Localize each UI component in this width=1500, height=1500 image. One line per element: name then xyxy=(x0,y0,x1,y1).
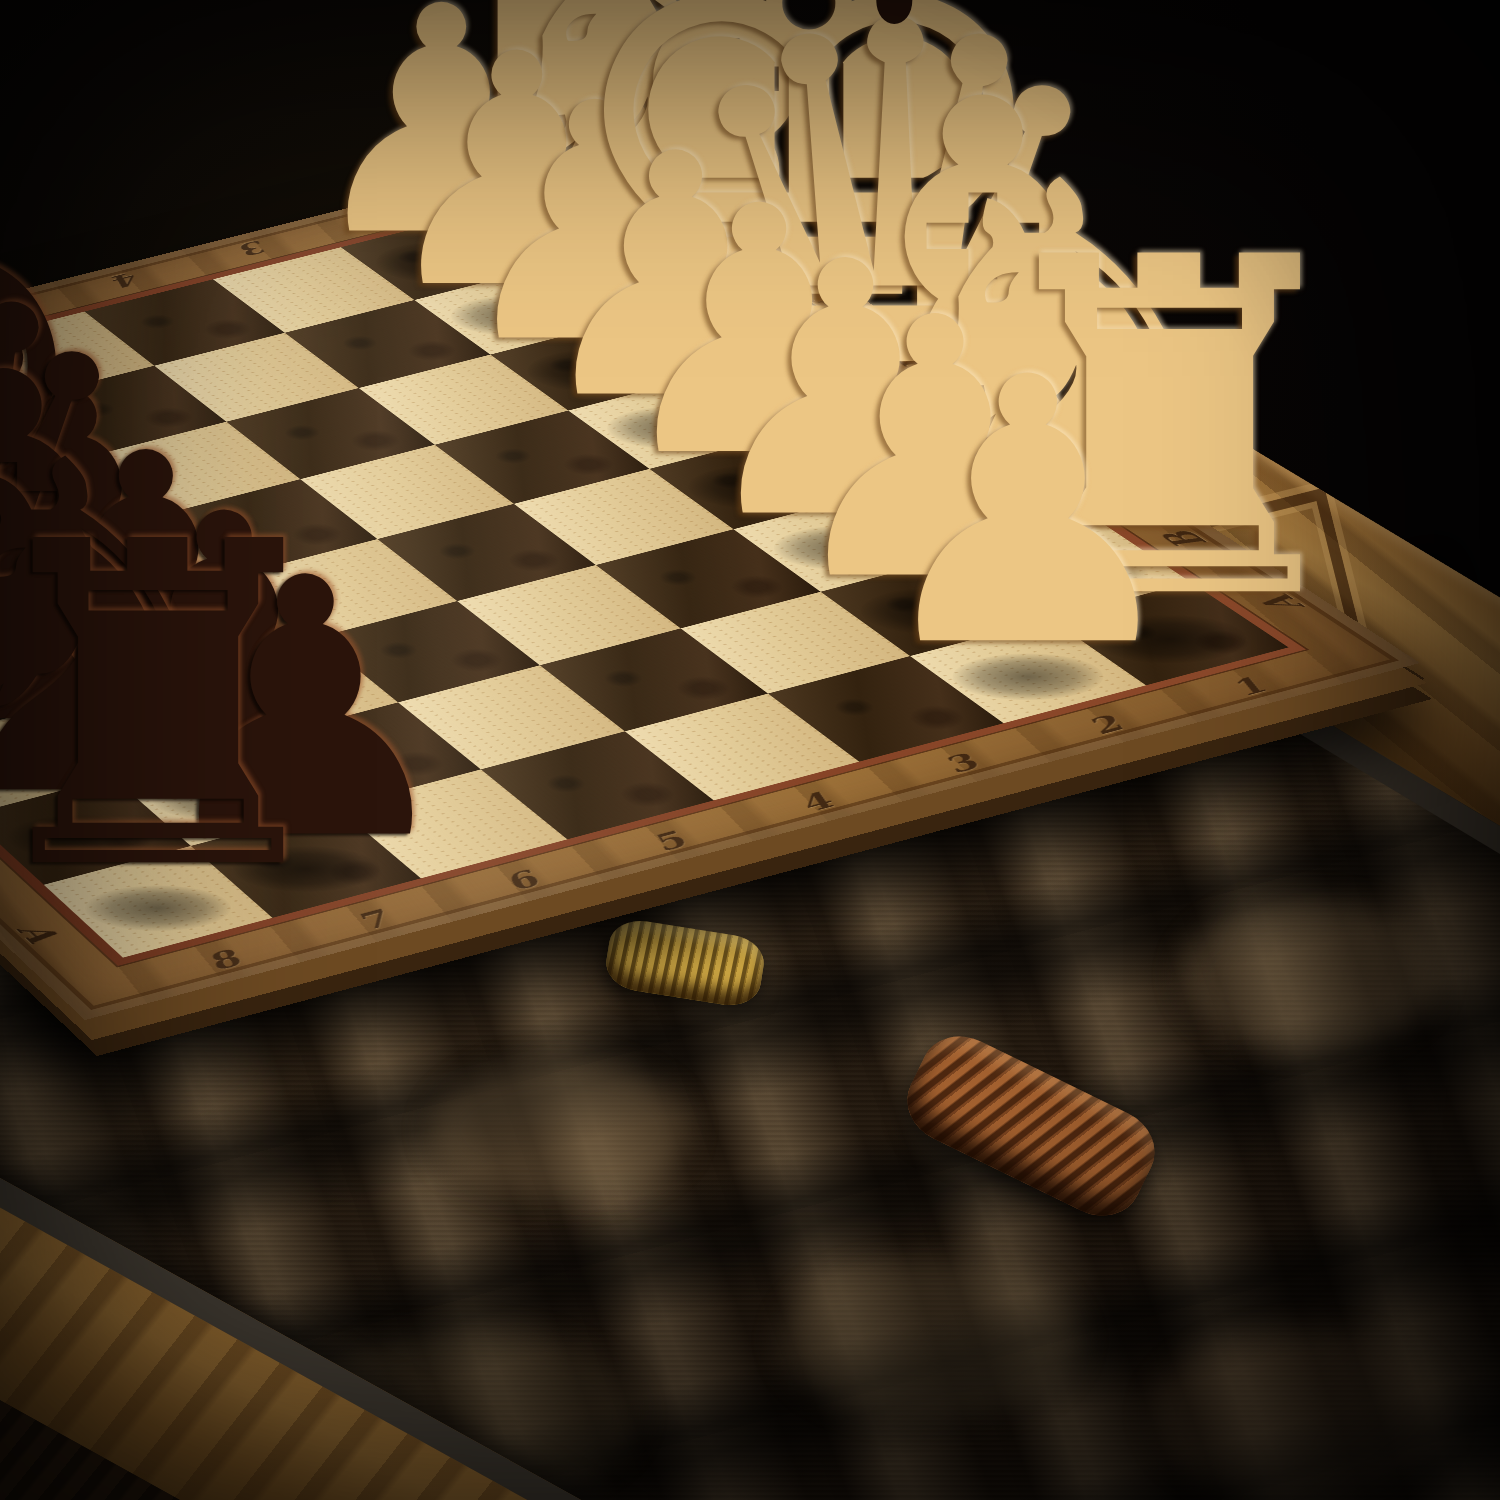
coord-label-near-6: 6 xyxy=(494,866,547,895)
coord-label-near-3: 3 xyxy=(932,749,987,777)
photo-canvas: 88HH77GG66FF55EE44DD33CC22BB11AA ♜♟♟♜♞♟♟… xyxy=(0,0,1500,1500)
coord-label-far-3: 3 xyxy=(233,237,277,258)
black-rook-a8[interactable]: ♜ xyxy=(0,486,358,931)
coord-label-near-4: 4 xyxy=(787,788,841,816)
coord-label-near-5: 5 xyxy=(641,827,695,856)
white-pawn-a2[interactable]: ♟ xyxy=(864,330,1193,697)
